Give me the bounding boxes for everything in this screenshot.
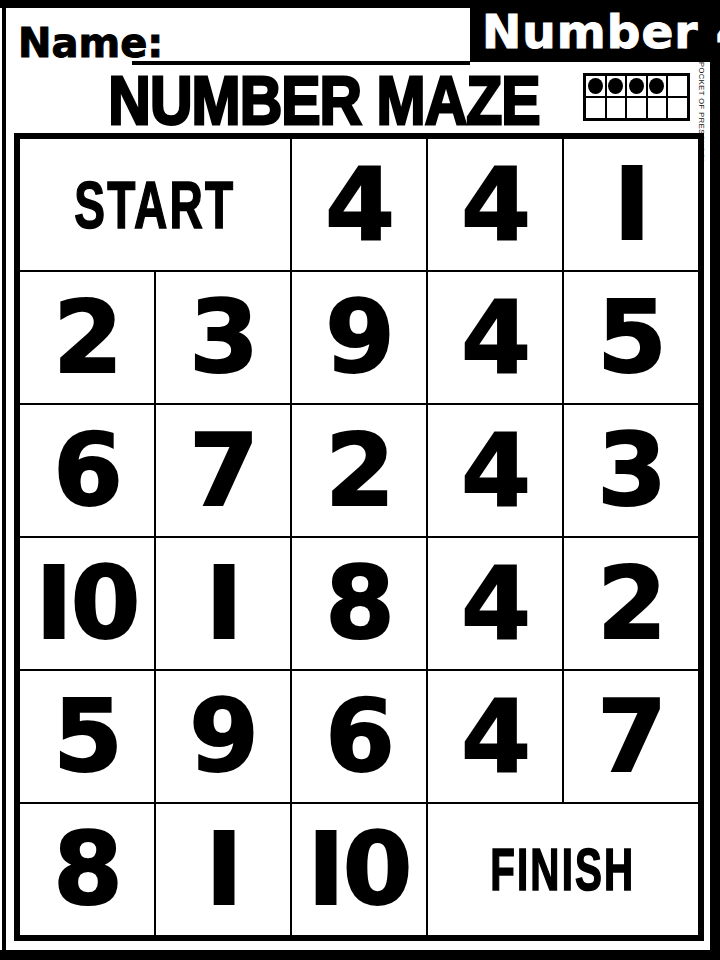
maze-cell[interactable]: 7	[155, 404, 291, 537]
cell-value: 6	[53, 421, 121, 521]
number-badge-label: Number 4	[482, 4, 720, 59]
page-border-bottom	[0, 950, 720, 960]
ten-frame-cell	[606, 75, 627, 97]
maze-cell[interactable]: 5	[563, 271, 699, 404]
cell-value: 8	[325, 554, 393, 654]
maze-cell[interactable]: 5	[19, 670, 155, 803]
maze-cell[interactable]: I0	[291, 803, 427, 936]
page-border-left	[2, 0, 6, 960]
cell-value: 4	[461, 421, 529, 521]
ten-frame-cell	[606, 97, 627, 119]
maze-cell[interactable]: I	[155, 537, 291, 670]
maze-cell[interactable]: 6	[19, 404, 155, 537]
cell-value: 7	[189, 421, 257, 521]
maze-cell[interactable]: 8	[19, 803, 155, 936]
cell-value: 2	[53, 288, 121, 388]
counter-dot	[649, 78, 664, 94]
cell-value: 4	[461, 687, 529, 787]
cell-value: 4	[461, 288, 529, 388]
counter-dot	[588, 78, 603, 94]
maze-cell[interactable]: 8	[291, 537, 427, 670]
cell-value: START	[75, 171, 236, 238]
cell-value: 7	[597, 687, 665, 787]
counter-dot	[629, 78, 644, 94]
maze-cell[interactable]: 3	[563, 404, 699, 537]
maze-cell[interactable]: 4	[427, 404, 563, 537]
cell-value: 6	[325, 687, 393, 787]
maze-cell[interactable]: I	[155, 803, 291, 936]
maze-cell[interactable]: 3	[155, 271, 291, 404]
title-wrap: NUMBER MAZE	[14, 60, 634, 126]
cell-value: 9	[325, 288, 393, 388]
maze-cell[interactable]: 4	[427, 271, 563, 404]
ten-frame-cell	[667, 97, 688, 119]
maze-cell[interactable]: 9	[291, 271, 427, 404]
cell-value: I	[205, 554, 240, 654]
cell-value: 3	[189, 288, 257, 388]
maze-cell[interactable]: 4	[427, 670, 563, 803]
ten-frame-cell	[647, 97, 668, 119]
cell-value: 5	[597, 288, 665, 388]
ten-frame-cell	[585, 75, 606, 97]
maze-cell[interactable]: 4	[427, 138, 563, 271]
cell-value: 4	[461, 554, 529, 654]
ten-frame-cell	[585, 97, 606, 119]
page-title: NUMBER MAZE	[108, 60, 539, 140]
cell-value: I0	[36, 554, 139, 654]
ten-frame-cell	[647, 75, 668, 97]
maze-cell[interactable]: 4	[427, 537, 563, 670]
maze-cell[interactable]: 2	[19, 271, 155, 404]
cell-value: 5	[53, 687, 121, 787]
counter-dot	[608, 78, 623, 94]
cell-value: 2	[325, 421, 393, 521]
maze-cell[interactable]: I	[563, 138, 699, 271]
maze-cell[interactable]: 2	[563, 537, 699, 670]
maze-cell[interactable]: 6	[291, 670, 427, 803]
maze-cell[interactable]: 9	[155, 670, 291, 803]
ten-frame-cell	[626, 75, 647, 97]
number-badge: Number 4	[470, 0, 720, 62]
ten-frame-cell	[626, 97, 647, 119]
cell-value: 3	[597, 421, 665, 521]
cell-value: 2	[597, 554, 665, 654]
ten-frame-cell	[667, 75, 688, 97]
finish-cell[interactable]: FINISH	[427, 803, 699, 936]
cell-value: FINISH	[490, 840, 635, 899]
page-border-right	[710, 0, 720, 960]
worksheet-page: Name: Number 4 NUMBER MAZE POCKET OF PRE…	[0, 0, 720, 960]
cell-value: I	[613, 155, 648, 255]
maze-cell[interactable]: 4	[291, 138, 427, 271]
start-cell[interactable]: START	[19, 138, 291, 271]
cell-value: 9	[189, 687, 257, 787]
cell-value: I	[205, 820, 240, 920]
cell-value: I0	[308, 820, 411, 920]
maze-cell[interactable]: 2	[291, 404, 427, 537]
ten-frame	[583, 73, 690, 121]
maze-grid: START44I2394567243I0I842596478II0FINISH	[14, 133, 704, 941]
maze-cell[interactable]: 7	[563, 670, 699, 803]
cell-value: 8	[53, 820, 121, 920]
cell-value: 4	[325, 155, 393, 255]
cell-value: 4	[461, 155, 529, 255]
maze-cell[interactable]: I0	[19, 537, 155, 670]
